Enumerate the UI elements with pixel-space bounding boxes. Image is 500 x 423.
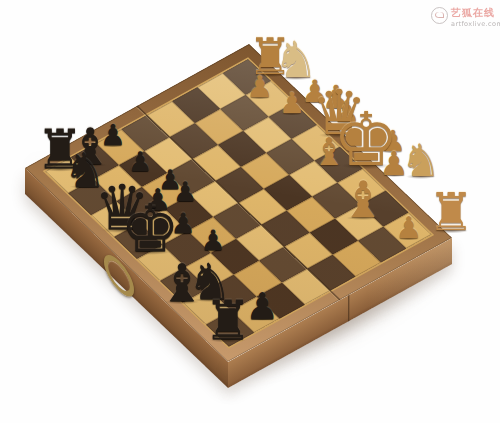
fold-seam-icon	[348, 294, 350, 321]
chess-piece-white-p-c2: ♟	[380, 127, 406, 156]
chess-piece-white-n-b1: ♞	[401, 138, 441, 183]
watermark: 艺狐在线 artfoxlive.com	[431, 6, 500, 28]
watermark-subtext: artfoxlive.com	[451, 20, 500, 28]
watermark-texts: 艺狐在线 artfoxlive.com	[451, 6, 500, 28]
chess-piece-white-p-e3: ♟	[334, 97, 361, 127]
chess-piece-white-p-e2: ♟	[322, 81, 351, 113]
watermark-text: 艺狐在线	[451, 6, 500, 20]
photo-stage: ♜♞♟♟♟♟♟♛♚♝♟♟♞♝♜♟♜♝♞♟♟♟♟♟♛♚♟♟♝♞♟♜ 艺狐在线 ar…	[0, 0, 500, 423]
chess-board	[25, 44, 452, 362]
watermark-logo-icon	[431, 7, 448, 24]
